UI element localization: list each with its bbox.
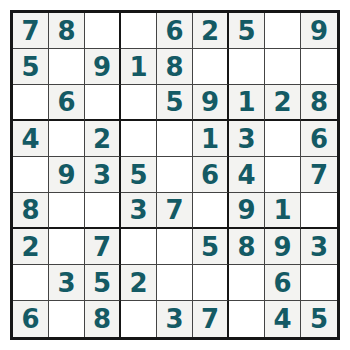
- cell-r8c2[interactable]: 3: [49, 265, 85, 301]
- cell-r9c1[interactable]: 6: [13, 301, 49, 337]
- cell-r1c7[interactable]: 5: [229, 13, 265, 49]
- cell-r5c4[interactable]: 5: [121, 157, 157, 193]
- cell-r9c5[interactable]: 3: [157, 301, 193, 337]
- cell-r4c2[interactable]: [49, 121, 85, 157]
- cell-r8c5[interactable]: [157, 265, 193, 301]
- cell-r2c8[interactable]: [265, 49, 301, 85]
- cell-r9c2[interactable]: [49, 301, 85, 337]
- cell-r8c1[interactable]: [13, 265, 49, 301]
- cell-r6c2[interactable]: [49, 193, 85, 229]
- cell-r5c5[interactable]: [157, 157, 193, 193]
- cell-r5c3[interactable]: 3: [85, 157, 121, 193]
- cell-r6c8[interactable]: 1: [265, 193, 301, 229]
- cell-r2c9[interactable]: [301, 49, 337, 85]
- page: 7862595918659128421369356478379127589335…: [0, 0, 350, 350]
- cell-r4c4[interactable]: [121, 121, 157, 157]
- cell-r4c3[interactable]: 2: [85, 121, 121, 157]
- cell-r3c6[interactable]: 9: [193, 85, 229, 121]
- cell-r1c8[interactable]: [265, 13, 301, 49]
- cell-r2c4[interactable]: 1: [121, 49, 157, 85]
- cell-r7c9[interactable]: 3: [301, 229, 337, 265]
- cell-r7c4[interactable]: [121, 229, 157, 265]
- cell-r2c5[interactable]: 8: [157, 49, 193, 85]
- cell-r9c3[interactable]: 8: [85, 301, 121, 337]
- cell-r2c6[interactable]: [193, 49, 229, 85]
- cell-r7c8[interactable]: 9: [265, 229, 301, 265]
- cell-r2c1[interactable]: 5: [13, 49, 49, 85]
- cell-r7c5[interactable]: [157, 229, 193, 265]
- cell-r6c9[interactable]: [301, 193, 337, 229]
- cell-r4c5[interactable]: [157, 121, 193, 157]
- cell-r9c4[interactable]: [121, 301, 157, 337]
- cell-r1c3[interactable]: [85, 13, 121, 49]
- cell-r3c9[interactable]: 8: [301, 85, 337, 121]
- cell-r5c1[interactable]: [13, 157, 49, 193]
- cell-r1c4[interactable]: [121, 13, 157, 49]
- cell-r8c7[interactable]: [229, 265, 265, 301]
- cell-r3c4[interactable]: [121, 85, 157, 121]
- cell-r1c5[interactable]: 6: [157, 13, 193, 49]
- cell-r3c8[interactable]: 2: [265, 85, 301, 121]
- cell-r8c8[interactable]: 6: [265, 265, 301, 301]
- cell-r8c4[interactable]: 2: [121, 265, 157, 301]
- cell-r8c3[interactable]: 5: [85, 265, 121, 301]
- cell-r6c4[interactable]: 3: [121, 193, 157, 229]
- cell-r9c8[interactable]: 4: [265, 301, 301, 337]
- cell-r8c9[interactable]: [301, 265, 337, 301]
- cell-r6c5[interactable]: 7: [157, 193, 193, 229]
- cell-r4c8[interactable]: [265, 121, 301, 157]
- cell-r7c2[interactable]: [49, 229, 85, 265]
- cell-r3c2[interactable]: 6: [49, 85, 85, 121]
- cell-r1c2[interactable]: 8: [49, 13, 85, 49]
- cell-r5c2[interactable]: 9: [49, 157, 85, 193]
- cell-r3c7[interactable]: 1: [229, 85, 265, 121]
- cell-r4c9[interactable]: 6: [301, 121, 337, 157]
- cell-r7c3[interactable]: 7: [85, 229, 121, 265]
- cell-r9c6[interactable]: 7: [193, 301, 229, 337]
- cell-r3c1[interactable]: [13, 85, 49, 121]
- cell-r3c5[interactable]: 5: [157, 85, 193, 121]
- cell-r9c7[interactable]: [229, 301, 265, 337]
- cell-r6c3[interactable]: [85, 193, 121, 229]
- cell-r2c3[interactable]: 9: [85, 49, 121, 85]
- cell-r5c9[interactable]: 7: [301, 157, 337, 193]
- cell-r6c6[interactable]: [193, 193, 229, 229]
- cell-r1c1[interactable]: 7: [13, 13, 49, 49]
- cell-r5c7[interactable]: 4: [229, 157, 265, 193]
- cell-r4c1[interactable]: 4: [13, 121, 49, 157]
- cell-r9c9[interactable]: 5: [301, 301, 337, 337]
- cell-r1c6[interactable]: 2: [193, 13, 229, 49]
- cell-r6c7[interactable]: 9: [229, 193, 265, 229]
- cell-r7c6[interactable]: 5: [193, 229, 229, 265]
- sudoku-board: 7862595918659128421369356478379127589335…: [10, 10, 340, 340]
- cell-r4c6[interactable]: 1: [193, 121, 229, 157]
- cell-r4c7[interactable]: 3: [229, 121, 265, 157]
- cell-r6c1[interactable]: 8: [13, 193, 49, 229]
- cell-r7c7[interactable]: 8: [229, 229, 265, 265]
- cell-r2c7[interactable]: [229, 49, 265, 85]
- cell-r3c3[interactable]: [85, 85, 121, 121]
- cell-r7c1[interactable]: 2: [13, 229, 49, 265]
- cell-r1c9[interactable]: 9: [301, 13, 337, 49]
- cell-r5c8[interactable]: [265, 157, 301, 193]
- cell-r2c2[interactable]: [49, 49, 85, 85]
- cell-r8c6[interactable]: [193, 265, 229, 301]
- cell-r5c6[interactable]: 6: [193, 157, 229, 193]
